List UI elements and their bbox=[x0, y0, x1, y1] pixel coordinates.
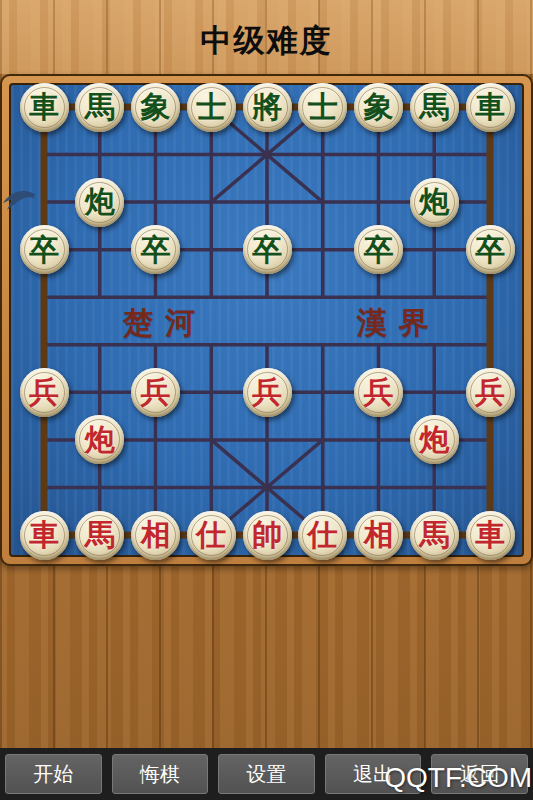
board-surface bbox=[9, 83, 524, 557]
piece-glyph: 仕 bbox=[196, 520, 226, 550]
piece-black-馬[interactable]: 馬 bbox=[410, 83, 459, 132]
piece-red-車[interactable]: 車 bbox=[20, 511, 69, 560]
piece-glyph: 兵 bbox=[29, 377, 59, 407]
xiangqi-board[interactable]: 楚河 漢界 車馬象士將士象馬車炮炮卒卒卒卒卒兵兵兵兵兵炮炮車馬相仕帥仕相馬車 bbox=[0, 74, 533, 566]
piece-black-卒[interactable]: 卒 bbox=[243, 225, 292, 274]
piece-glyph: 卒 bbox=[475, 235, 505, 265]
piece-black-車[interactable]: 車 bbox=[466, 83, 515, 132]
piece-black-象[interactable]: 象 bbox=[131, 83, 180, 132]
piece-glyph: 炮 bbox=[419, 187, 449, 217]
piece-red-帥[interactable]: 帥 bbox=[243, 511, 292, 560]
piece-black-士[interactable]: 士 bbox=[187, 83, 236, 132]
piece-glyph: 將 bbox=[252, 92, 282, 122]
piece-glyph: 車 bbox=[475, 92, 505, 122]
piece-red-仕[interactable]: 仕 bbox=[187, 511, 236, 560]
piece-glyph: 兵 bbox=[475, 377, 505, 407]
piece-glyph: 馬 bbox=[85, 92, 115, 122]
piece-glyph: 馬 bbox=[85, 520, 115, 550]
piece-red-兵[interactable]: 兵 bbox=[354, 368, 403, 417]
piece-glyph: 相 bbox=[141, 520, 171, 550]
piece-black-卒[interactable]: 卒 bbox=[20, 225, 69, 274]
piece-red-兵[interactable]: 兵 bbox=[243, 368, 292, 417]
piece-glyph: 兵 bbox=[364, 377, 394, 407]
piece-glyph: 卒 bbox=[29, 235, 59, 265]
piece-black-卒[interactable]: 卒 bbox=[354, 225, 403, 274]
piece-glyph: 仕 bbox=[308, 520, 338, 550]
watermark: QQTF.COM bbox=[384, 762, 532, 794]
piece-red-馬[interactable]: 馬 bbox=[75, 511, 124, 560]
piece-black-士[interactable]: 士 bbox=[298, 83, 347, 132]
piece-glyph: 卒 bbox=[252, 235, 282, 265]
piece-red-兵[interactable]: 兵 bbox=[466, 368, 515, 417]
piece-glyph: 象 bbox=[141, 92, 171, 122]
undo-move-button[interactable]: 悔棋 bbox=[112, 754, 209, 794]
title-bar: 中级难度 bbox=[0, 0, 533, 74]
river-label-right: 漢界 bbox=[357, 303, 441, 344]
piece-red-相[interactable]: 相 bbox=[354, 511, 403, 560]
piece-black-馬[interactable]: 馬 bbox=[75, 83, 124, 132]
piece-black-車[interactable]: 車 bbox=[20, 83, 69, 132]
piece-glyph: 卒 bbox=[141, 235, 171, 265]
piece-glyph: 車 bbox=[29, 520, 59, 550]
piece-black-炮[interactable]: 炮 bbox=[410, 178, 459, 227]
piece-red-車[interactable]: 車 bbox=[466, 511, 515, 560]
piece-glyph: 士 bbox=[308, 92, 338, 122]
piece-red-炮[interactable]: 炮 bbox=[410, 415, 459, 464]
river-label-left: 楚河 bbox=[123, 303, 207, 344]
page-title: 中级难度 bbox=[0, 20, 533, 62]
piece-glyph: 兵 bbox=[141, 377, 171, 407]
piece-red-仕[interactable]: 仕 bbox=[298, 511, 347, 560]
piece-glyph: 炮 bbox=[85, 187, 115, 217]
piece-glyph: 象 bbox=[364, 92, 394, 122]
piece-red-馬[interactable]: 馬 bbox=[410, 511, 459, 560]
piece-glyph: 車 bbox=[475, 520, 505, 550]
start-button[interactable]: 开始 bbox=[5, 754, 102, 794]
piece-glyph: 相 bbox=[364, 520, 394, 550]
back-arrow-icon bbox=[2, 186, 38, 216]
piece-glyph: 士 bbox=[196, 92, 226, 122]
piece-glyph: 卒 bbox=[364, 235, 394, 265]
piece-glyph: 炮 bbox=[85, 425, 115, 455]
piece-black-卒[interactable]: 卒 bbox=[131, 225, 180, 274]
piece-glyph: 馬 bbox=[419, 92, 449, 122]
piece-glyph: 馬 bbox=[419, 520, 449, 550]
piece-glyph: 帥 bbox=[252, 520, 282, 550]
piece-black-象[interactable]: 象 bbox=[354, 83, 403, 132]
piece-red-兵[interactable]: 兵 bbox=[20, 368, 69, 417]
piece-glyph: 兵 bbox=[252, 377, 282, 407]
settings-button[interactable]: 设置 bbox=[218, 754, 315, 794]
piece-red-兵[interactable]: 兵 bbox=[131, 368, 180, 417]
piece-glyph: 炮 bbox=[419, 425, 449, 455]
piece-black-卒[interactable]: 卒 bbox=[466, 225, 515, 274]
piece-black-將[interactable]: 將 bbox=[243, 83, 292, 132]
piece-black-炮[interactable]: 炮 bbox=[75, 178, 124, 227]
piece-red-相[interactable]: 相 bbox=[131, 511, 180, 560]
piece-glyph: 車 bbox=[29, 92, 59, 122]
